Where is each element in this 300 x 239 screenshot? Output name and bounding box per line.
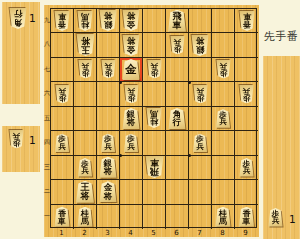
piece-kanji: 馬	[81, 217, 89, 225]
piece-face: 角行	[9, 8, 27, 29]
piece-kanji: 兵	[272, 217, 280, 225]
file-label: 8	[211, 229, 234, 237]
piece-face: 桂馬	[146, 108, 162, 128]
shogi-piece-gote[interactable]: 金将	[99, 181, 117, 202]
board-cell[interactable]	[166, 82, 189, 106]
piece-kanji: 兵	[219, 62, 227, 70]
board-cell[interactable]	[74, 131, 97, 155]
board-cell[interactable]	[166, 205, 189, 229]
piece-kanji: 行	[14, 10, 23, 19]
shogi-piece-sente[interactable]: 歩兵	[55, 85, 70, 104]
board-cell[interactable]	[97, 82, 120, 106]
piece-face: 銀将	[122, 108, 140, 129]
board-cell[interactable]	[212, 156, 235, 180]
board-cell[interactable]: 銀将	[120, 107, 143, 131]
board-cell[interactable]: 金将	[97, 180, 120, 204]
piece-face: 歩兵	[147, 60, 162, 79]
shogi-piece-sente[interactable]: 桂馬	[146, 108, 162, 128]
piece-face: 銀将	[191, 35, 209, 56]
hand-piece-count: 1	[29, 134, 36, 146]
piece-kanji: 兵	[243, 167, 251, 175]
board-cell[interactable]	[51, 107, 74, 131]
board-cell[interactable]: 歩兵	[97, 58, 120, 82]
shogi-board: 九八七六五四三二一 香車桂馬銀将金将飛車香車玉将金将歩兵銀将歩兵歩兵金歩兵歩兵歩…	[44, 5, 259, 237]
piece-kanji: 兵	[104, 143, 112, 151]
shogi-piece-gote[interactable]: 歩兵	[101, 134, 116, 153]
board-cell[interactable]: 桂馬	[74, 205, 97, 229]
file-label: 7	[188, 229, 211, 237]
board-cell[interactable]	[166, 156, 189, 180]
shogi-piece-sente[interactable]: 銀将	[191, 35, 209, 56]
board-cell[interactable]: 銀将	[189, 33, 212, 57]
board-cell[interactable]	[189, 107, 212, 131]
file-label: 6	[165, 229, 188, 237]
piece-face: 香車	[239, 11, 255, 31]
turn-indicator: 先手番	[262, 29, 300, 44]
board-cell[interactable]: 歩兵	[51, 131, 74, 155]
board-cell[interactable]	[143, 205, 166, 229]
sente-hand-box-major: 角行1	[2, 2, 40, 104]
shogi-piece-gote[interactable]: 飛車	[168, 10, 187, 32]
piece-face: 桂馬	[77, 207, 93, 227]
piece-face: 桂馬	[77, 11, 93, 31]
piece-face: 歩兵	[101, 134, 116, 153]
shogi-piece-sente[interactable]: 歩兵	[78, 60, 93, 79]
piece-kanji: 馬	[81, 13, 89, 21]
piece-kanji: 金	[127, 45, 136, 54]
board-cell[interactable]	[212, 82, 235, 106]
board-cell[interactable]: 香車	[235, 205, 258, 229]
piece-face: 歩兵	[55, 85, 70, 104]
piece-kanji: 将	[104, 192, 113, 201]
piece-kanji: 兵	[196, 143, 204, 151]
shogi-piece-gote[interactable]: 歩兵	[55, 134, 70, 153]
hand-piece-sente[interactable]: 角行	[9, 8, 27, 29]
piece-kanji: 歩	[150, 70, 158, 78]
board-cell[interactable]: 歩兵	[166, 33, 189, 57]
board-cell[interactable]	[97, 33, 120, 57]
board-cell[interactable]: 飛車	[143, 156, 166, 180]
board-cell[interactable]: 歩兵	[74, 58, 97, 82]
piece-face: 飛車	[145, 156, 164, 178]
piece-face: 王将	[76, 181, 95, 203]
board-cell[interactable]: 桂馬	[212, 205, 235, 229]
piece-face: 歩兵	[193, 85, 208, 104]
board-cell[interactable]: 桂馬	[74, 9, 97, 33]
piece-kanji: 飛	[150, 167, 159, 176]
piece-kanji: 車	[58, 217, 66, 225]
board-cell[interactable]: 歩兵	[51, 82, 74, 106]
shogi-piece-gote[interactable]: 王将	[76, 181, 95, 203]
shogi-piece-sente[interactable]: 歩兵	[101, 60, 116, 79]
board-cell[interactable]: 香車	[235, 9, 258, 33]
piece-kanji: 金	[127, 21, 136, 30]
board-cell[interactable]	[235, 58, 258, 82]
board-cell[interactable]	[189, 9, 212, 33]
board-cell[interactable]	[189, 58, 212, 82]
piece-kanji: 兵	[243, 87, 251, 95]
piece-kanji: 角	[14, 19, 23, 28]
shogi-piece-gote[interactable]: 歩兵	[216, 109, 231, 128]
piece-face: 香車	[54, 11, 70, 31]
piece-kanji: 歩	[173, 45, 181, 53]
shogi-piece-sente[interactable]: 桂馬	[77, 11, 93, 31]
piece-kanji: 歩	[13, 139, 21, 147]
gote-hand-box: 歩兵1	[263, 56, 300, 239]
board-cell[interactable]	[143, 9, 166, 33]
board-cell[interactable]	[51, 58, 74, 82]
board-cell[interactable]	[235, 131, 258, 155]
piece-kanji: 銀	[196, 45, 205, 54]
piece-kanji: 車	[58, 13, 66, 21]
file-labels: 123456789	[50, 229, 257, 237]
board-cell[interactable]: 歩兵	[74, 156, 97, 180]
board-cell[interactable]: 歩兵	[189, 131, 212, 155]
shogi-piece-sente[interactable]: 歩兵	[239, 85, 254, 104]
board-cell[interactable]	[235, 107, 258, 131]
board-cell[interactable]	[74, 82, 97, 106]
piece-kanji: 将	[127, 12, 136, 21]
shogi-piece-gote[interactable]: 銀将	[122, 108, 140, 129]
board-grid: 香車桂馬銀将金将飛車香車玉将金将歩兵銀将歩兵歩兵金歩兵歩兵歩兵歩兵歩兵歩兵銀将桂…	[50, 8, 257, 228]
board-cell[interactable]: 歩兵	[189, 82, 212, 106]
piece-kanji: 兵	[58, 87, 66, 95]
piece-kanji: 兵	[219, 118, 227, 126]
piece-face: 歩兵	[193, 134, 208, 153]
board-cell[interactable]	[212, 33, 235, 57]
shogi-piece-sente[interactable]: 歩兵	[216, 60, 231, 79]
board-cell-lastmove[interactable]: 金	[120, 58, 143, 82]
shogi-piece-gote[interactable]: 歩兵	[239, 158, 254, 177]
piece-kanji: 桂	[150, 118, 158, 126]
piece-kanji: 兵	[127, 143, 135, 151]
piece-kanji: 馬	[150, 110, 158, 118]
piece-kanji: 兵	[196, 87, 204, 95]
shogi-piece-gote[interactable]: 桂馬	[215, 207, 231, 227]
file-label: 2	[73, 229, 96, 237]
hand-piece-gote[interactable]: 歩兵	[268, 208, 283, 227]
piece-face: 角行	[168, 108, 186, 129]
piece-kanji: 兵	[81, 167, 89, 175]
shogi-piece-gote[interactable]: 歩兵	[124, 134, 139, 153]
piece-face: 歩兵	[55, 134, 70, 153]
board-cell[interactable]: 歩兵	[212, 58, 235, 82]
shogi-piece-sente[interactable]: 金将	[122, 35, 140, 56]
piece-kanji: 歩	[81, 70, 89, 78]
shogi-piece-sente[interactable]: 歩兵	[193, 85, 208, 104]
board-cell[interactable]	[51, 180, 74, 204]
board-cell[interactable]	[120, 205, 143, 229]
piece-face: 歩兵	[216, 60, 231, 79]
piece-kanji: 銀	[104, 21, 113, 30]
piece-kanji: 兵	[127, 87, 135, 95]
star-point	[188, 81, 191, 84]
shogi-piece-sente[interactable]: 歩兵	[124, 85, 139, 104]
piece-kanji: 将	[196, 37, 205, 46]
shogi-piece-sente[interactable]: 歩兵	[170, 36, 185, 55]
board-cell[interactable]: 角行	[166, 107, 189, 131]
piece-face: 金将	[122, 10, 140, 31]
shogi-piece-sente[interactable]: 香車	[54, 11, 70, 31]
hand-piece-count: 1	[289, 213, 296, 225]
board-cell[interactable]: 香車	[51, 205, 74, 229]
piece-face: 香車	[54, 207, 70, 227]
shogi-piece-sente[interactable]: 金将	[122, 10, 140, 31]
piece-kanji: 将	[104, 167, 113, 176]
piece-face: 歩兵	[268, 208, 283, 227]
piece-kanji: 玉	[81, 45, 90, 54]
board-cell[interactable]: 歩兵	[120, 131, 143, 155]
board-cell[interactable]: 歩兵	[235, 156, 258, 180]
piece-kanji: 兵	[104, 62, 112, 70]
board-cell[interactable]	[143, 131, 166, 155]
board-cell[interactable]	[212, 9, 235, 33]
hand-piece-sente[interactable]: 歩兵	[9, 130, 24, 149]
board-cell[interactable]	[235, 33, 258, 57]
board-cell[interactable]: 桂馬	[143, 107, 166, 131]
board-cell[interactable]	[74, 107, 97, 131]
piece-face: 歩兵	[101, 60, 116, 79]
file-label: 1	[50, 229, 73, 237]
shogi-piece-gote[interactable]: 歩兵	[78, 158, 93, 177]
board-cell[interactable]	[97, 205, 120, 229]
board-cell[interactable]	[120, 180, 143, 204]
piece-kanji: 兵	[81, 62, 89, 70]
piece-face: 歩兵	[170, 36, 185, 55]
shogi-piece-sente[interactable]: 玉将	[76, 34, 95, 56]
board-cell[interactable]: 金将	[120, 33, 143, 57]
file-label: 4	[119, 229, 142, 237]
board-cell[interactable]	[166, 131, 189, 155]
piece-kanji: 歩	[104, 70, 112, 78]
piece-face: 歩兵	[124, 134, 139, 153]
piece-face: 飛車	[168, 10, 187, 32]
shogi-piece-gote[interactable]: 桂馬	[77, 207, 93, 227]
board-cell[interactable]	[97, 107, 120, 131]
shogi-piece-gote[interactable]: 香車	[239, 207, 255, 227]
piece-kanji: 将	[81, 36, 90, 45]
piece-kanji: 馬	[219, 217, 227, 225]
shogi-piece-sente[interactable]: 香車	[239, 11, 255, 31]
board-cell[interactable]: 香車	[51, 9, 74, 33]
board-cell[interactable]: 歩兵	[97, 131, 120, 155]
piece-face: 歩兵	[78, 158, 93, 177]
board-cell[interactable]: 歩兵	[212, 107, 235, 131]
board-cell[interactable]: 歩兵	[143, 58, 166, 82]
board-cell[interactable]	[166, 58, 189, 82]
star-point	[119, 81, 122, 84]
piece-kanji: 将	[104, 12, 113, 21]
board-cell[interactable]	[189, 180, 212, 204]
star-point	[119, 154, 122, 157]
piece-kanji: 歩	[219, 70, 227, 78]
board-cell[interactable]	[120, 156, 143, 180]
board-cell[interactable]	[143, 33, 166, 57]
board-cell[interactable]	[189, 156, 212, 180]
piece-kanji: 車	[243, 217, 251, 225]
board-cell[interactable]: 金将	[120, 9, 143, 33]
piece-kanji: 将	[127, 37, 136, 46]
piece-face: 歩兵	[239, 85, 254, 104]
piece-face: 桂馬	[215, 207, 231, 227]
piece-face: 銀将	[99, 10, 117, 31]
piece-face: 歩兵	[216, 109, 231, 128]
piece-face: 香車	[239, 207, 255, 227]
sente-hand-box-pawn: 歩兵1	[2, 126, 40, 172]
shogi-piece-sente[interactable]: 飛車	[145, 156, 164, 178]
piece-kanji: 車	[243, 13, 251, 21]
shogi-piece-gote[interactable]: 銀将	[99, 157, 117, 178]
shogi-piece-sente[interactable]: 歩兵	[147, 60, 162, 79]
piece-kanji: 兵	[173, 38, 181, 46]
piece-kanji: 兵	[58, 143, 66, 151]
shogi-piece-gote[interactable]: 金	[122, 59, 140, 80]
piece-face: 金将	[122, 35, 140, 56]
board-cell[interactable]	[212, 131, 235, 155]
piece-face: 玉将	[76, 34, 95, 56]
piece-face: 歩兵	[124, 85, 139, 104]
piece-kanji: 兵	[150, 62, 158, 70]
piece-face: 銀将	[99, 157, 117, 178]
piece-kanji: 将	[127, 118, 136, 127]
piece-face: 金	[122, 59, 140, 80]
piece-kanji: 車	[173, 21, 182, 30]
shogi-piece-gote[interactable]: 香車	[54, 207, 70, 227]
file-label: 5	[142, 229, 165, 237]
board-cell[interactable]	[51, 33, 74, 57]
board-cell[interactable]	[235, 180, 258, 204]
board-cell[interactable]	[166, 180, 189, 204]
piece-kanji: 行	[173, 118, 182, 127]
shogi-piece-sente[interactable]: 銀将	[99, 10, 117, 31]
file-label: 9	[234, 229, 257, 237]
board-cell[interactable]	[189, 205, 212, 229]
piece-kanji: 金	[125, 64, 137, 76]
board-cell[interactable]	[143, 82, 166, 106]
board-cell[interactable]: 銀将	[97, 156, 120, 180]
star-point	[188, 154, 191, 157]
board-cell[interactable]: 王将	[74, 180, 97, 204]
hand-piece-count: 1	[29, 12, 36, 24]
board-cell[interactable]: 銀将	[97, 9, 120, 33]
board-cell[interactable]: 玉将	[74, 33, 97, 57]
piece-face: 歩兵	[239, 158, 254, 177]
board-cell[interactable]: 歩兵	[120, 82, 143, 106]
board-cell[interactable]	[51, 156, 74, 180]
shogi-piece-gote[interactable]: 歩兵	[193, 134, 208, 153]
piece-face: 歩兵	[9, 130, 24, 149]
board-cell[interactable]	[212, 180, 235, 204]
piece-kanji: 車	[150, 158, 159, 167]
file-label: 3	[96, 229, 119, 237]
piece-kanji: 兵	[13, 132, 21, 140]
piece-kanji: 将	[81, 192, 90, 201]
piece-face: 金将	[99, 181, 117, 202]
shogi-piece-gote[interactable]: 角行	[168, 108, 186, 129]
piece-face: 歩兵	[78, 60, 93, 79]
shogi-app: 角行1 歩兵1 九八七六五四三二一 香車桂馬銀将金将飛車香車玉将金将歩兵銀将歩兵…	[0, 0, 300, 239]
board-cell[interactable]: 歩兵	[235, 82, 258, 106]
board-cell[interactable]	[143, 180, 166, 204]
board-cell[interactable]: 飛車	[166, 9, 189, 33]
